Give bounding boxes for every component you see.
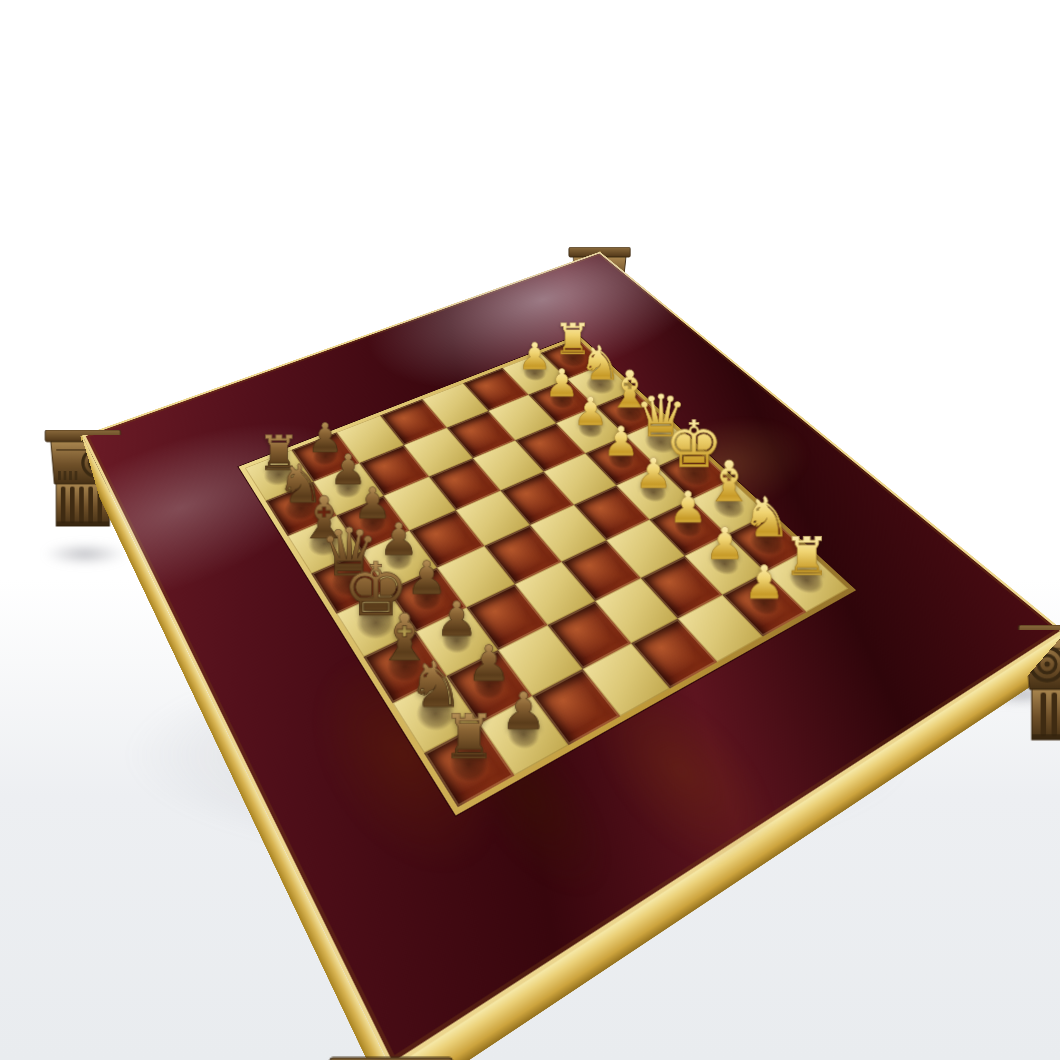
chess-board: ♜♟♟♜♞♟♟♞♝♟♟♝♛♟♟♛♚♟♟♚♝♟♟♝♞♟♟♞♜♟♟♜: [82, 251, 1060, 1060]
piece-bronze-pawn[interactable]: ♟: [501, 686, 547, 737]
perspective-scene: ♜♟♟♜♞♟♟♞♝♟♟♝♛♟♟♛♚♟♟♚♝♟♟♝♞♟♟♞♜♟♟♜: [0, 0, 1060, 1060]
piece-gold-pawn[interactable]: ♟: [705, 521, 745, 566]
piece-gold-rook[interactable]: ♜: [783, 530, 830, 583]
product-photo-stage: ♜♟♟♜♞♟♟♞♝♟♟♝♛♟♟♛♚♟♟♚♝♟♟♝♞♟♟♞♜♟♟♜: [0, 0, 1060, 1060]
piece-bronze-rook[interactable]: ♜: [442, 706, 497, 767]
piece-gold-pawn[interactable]: ♟: [669, 486, 708, 529]
piece-gold-pawn[interactable]: ♟: [744, 559, 785, 605]
